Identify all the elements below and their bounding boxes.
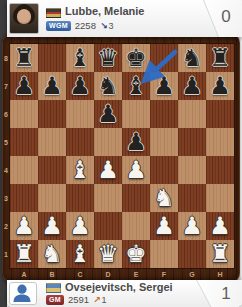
square-e5[interactable]: ♟ xyxy=(122,128,150,156)
file-label: B xyxy=(38,269,66,280)
white-pawn[interactable]: ♟ xyxy=(41,212,63,240)
black-rook[interactable]: ♜ xyxy=(209,44,231,72)
chess-board-panel: 87654321 ♜♝♛♚♞♜♟♟♟♞♝♟♟♟♟♟♝♟♟♞♟♟♟♟♟♟♜♞♝♛♚… xyxy=(2,33,240,283)
square-b8[interactable] xyxy=(38,44,66,72)
square-d4[interactable]: ♟ xyxy=(94,156,122,184)
square-d2[interactable] xyxy=(94,212,122,240)
square-g8[interactable]: ♞ xyxy=(178,44,206,72)
black-pawn[interactable]: ♟ xyxy=(209,72,231,100)
square-h4[interactable] xyxy=(206,156,234,184)
square-f6[interactable] xyxy=(150,100,178,128)
square-a3[interactable] xyxy=(10,184,38,212)
file-label: E xyxy=(122,269,150,280)
square-e2[interactable] xyxy=(122,212,150,240)
bottom-player-title-badge: GM xyxy=(46,295,64,305)
square-d1[interactable]: ♛ xyxy=(94,240,122,268)
black-bishop[interactable]: ♝ xyxy=(69,44,91,72)
square-a8[interactable]: ♜ xyxy=(10,44,38,72)
square-a2[interactable]: ♟ xyxy=(10,212,38,240)
square-g3[interactable] xyxy=(178,184,206,212)
top-player-rating-trend: ↘ 3 xyxy=(100,21,114,31)
square-e7[interactable]: ♝ xyxy=(122,72,150,100)
rank-labels: 87654321 xyxy=(2,44,10,268)
white-pawn[interactable]: ♟ xyxy=(181,212,203,240)
white-rook[interactable]: ♜ xyxy=(13,240,35,268)
chess-board[interactable]: ♜♝♛♚♞♜♟♟♟♞♝♟♟♟♟♟♝♟♟♞♟♟♟♟♟♟♜♞♝♛♚♜ xyxy=(10,44,234,268)
square-a6[interactable] xyxy=(10,100,38,128)
square-e1[interactable]: ♚ xyxy=(122,240,150,268)
bottom-player-avatar xyxy=(9,282,37,305)
square-b6[interactable] xyxy=(38,100,66,128)
rank-label: 6 xyxy=(2,100,10,128)
white-queen[interactable]: ♛ xyxy=(97,240,119,268)
square-b2[interactable]: ♟ xyxy=(38,212,66,240)
bottom-player-rating: 2591 xyxy=(68,294,89,305)
black-queen[interactable]: ♛ xyxy=(97,44,119,72)
square-e6[interactable] xyxy=(122,100,150,128)
bottom-player-rating-trend: ↗ 1 xyxy=(93,295,107,305)
square-b7[interactable]: ♟ xyxy=(38,72,66,100)
bottom-player-bar: Ovsejevitsch, Sergei GM 2591 ↗ 1 1 xyxy=(7,280,242,307)
file-label: F xyxy=(150,269,178,280)
white-knight[interactable]: ♞ xyxy=(41,240,63,268)
germany-flag-icon xyxy=(46,8,61,18)
black-knight[interactable]: ♞ xyxy=(97,72,119,100)
white-knight[interactable]: ♞ xyxy=(153,184,175,212)
rank-label: 2 xyxy=(2,212,10,240)
top-player-photo-face xyxy=(17,9,31,24)
square-d8[interactable]: ♛ xyxy=(94,44,122,72)
file-label: C xyxy=(66,269,94,280)
square-f4[interactable] xyxy=(150,156,178,184)
square-e4[interactable]: ♟ xyxy=(122,156,150,184)
chess-broadcast-widget: 87654321 ♜♝♛♚♞♜♟♟♟♞♝♟♟♟♟♟♝♟♟♞♟♟♟♟♟♟♜♞♝♛♚… xyxy=(0,0,242,307)
file-label: H xyxy=(206,269,234,280)
square-a4[interactable] xyxy=(10,156,38,184)
square-g5[interactable] xyxy=(178,128,206,156)
square-b5[interactable] xyxy=(38,128,66,156)
square-h1[interactable]: ♜ xyxy=(206,240,234,268)
white-pawn[interactable]: ♟ xyxy=(97,156,119,184)
square-h6[interactable] xyxy=(206,100,234,128)
white-pawn[interactable]: ♟ xyxy=(125,156,147,184)
black-pawn[interactable]: ♟ xyxy=(69,72,91,100)
black-pawn[interactable]: ♟ xyxy=(41,72,63,100)
file-label: D xyxy=(94,269,122,280)
square-b3[interactable] xyxy=(38,184,66,212)
white-rook[interactable]: ♜ xyxy=(209,240,231,268)
square-e8[interactable]: ♚ xyxy=(122,44,150,72)
white-pawn[interactable]: ♟ xyxy=(209,212,231,240)
black-pawn[interactable]: ♟ xyxy=(97,100,119,128)
square-c2[interactable]: ♟ xyxy=(66,212,94,240)
white-bishop[interactable]: ♝ xyxy=(69,240,91,268)
player-silhouette-icon xyxy=(10,283,34,302)
square-c7[interactable]: ♟ xyxy=(66,72,94,100)
ukraine-flag-icon xyxy=(46,283,61,293)
square-a5[interactable] xyxy=(10,128,38,156)
white-pawn[interactable]: ♟ xyxy=(69,212,91,240)
black-king[interactable]: ♚ xyxy=(125,44,147,72)
top-player-photo xyxy=(9,3,39,34)
square-c4[interactable]: ♝ xyxy=(66,156,94,184)
black-pawn[interactable]: ♟ xyxy=(181,72,203,100)
file-labels: ABCDEFGH xyxy=(10,269,234,280)
square-d6[interactable]: ♟ xyxy=(94,100,122,128)
rank-label: 3 xyxy=(2,184,10,212)
square-c8[interactable]: ♝ xyxy=(66,44,94,72)
file-label: G xyxy=(178,269,206,280)
square-f8[interactable] xyxy=(150,44,178,72)
top-player-name: Lubbe, Melanie xyxy=(65,5,144,17)
top-player-score: 0 xyxy=(213,7,239,27)
top-player-title-badge: WGM xyxy=(46,21,71,31)
square-h7[interactable]: ♟ xyxy=(206,72,234,100)
square-f5[interactable] xyxy=(150,128,178,156)
square-h5[interactable] xyxy=(206,128,234,156)
file-label: A xyxy=(10,269,38,280)
rank-label: 5 xyxy=(2,128,10,156)
rank-label: 4 xyxy=(2,156,10,184)
rank-label: 1 xyxy=(2,240,10,268)
square-g2[interactable]: ♟ xyxy=(178,212,206,240)
black-knight[interactable]: ♞ xyxy=(181,44,203,72)
square-c6[interactable] xyxy=(66,100,94,128)
square-g6[interactable] xyxy=(178,100,206,128)
rank-label: 7 xyxy=(2,72,10,100)
square-h8[interactable]: ♜ xyxy=(206,44,234,72)
square-c1[interactable]: ♝ xyxy=(66,240,94,268)
square-e3[interactable] xyxy=(122,184,150,212)
square-f7[interactable]: ♟ xyxy=(150,72,178,100)
square-d5[interactable] xyxy=(94,128,122,156)
top-player-bar: Lubbe, Melanie WGM 2258 ↘ 3 0 xyxy=(7,0,242,37)
black-pawn[interactable]: ♟ xyxy=(13,72,35,100)
square-f3[interactable]: ♞ xyxy=(150,184,178,212)
trend-down-icon: ↘ xyxy=(100,21,108,31)
square-g7[interactable]: ♟ xyxy=(178,72,206,100)
square-g4[interactable] xyxy=(178,156,206,184)
white-bishop[interactable]: ♝ xyxy=(69,156,91,184)
trend-up-icon: ↗ xyxy=(93,295,101,305)
rank-label: 8 xyxy=(2,44,10,72)
white-king[interactable]: ♚ xyxy=(125,240,147,268)
black-rook[interactable]: ♜ xyxy=(13,44,35,72)
square-c3[interactable] xyxy=(66,184,94,212)
black-pawn[interactable]: ♟ xyxy=(153,72,175,100)
white-pawn[interactable]: ♟ xyxy=(13,212,35,240)
square-d7[interactable]: ♞ xyxy=(94,72,122,100)
square-a1[interactable]: ♜ xyxy=(10,240,38,268)
black-pawn[interactable]: ♟ xyxy=(125,128,147,156)
square-a7[interactable]: ♟ xyxy=(10,72,38,100)
white-pawn[interactable]: ♟ xyxy=(153,212,175,240)
square-f1[interactable] xyxy=(150,240,178,268)
bottom-player-score: 1 xyxy=(213,284,239,304)
square-b1[interactable]: ♞ xyxy=(38,240,66,268)
top-player-rating-change: 3 xyxy=(108,21,113,31)
square-g1[interactable] xyxy=(178,240,206,268)
square-d3[interactable] xyxy=(94,184,122,212)
top-player-rating: 2258 xyxy=(75,20,96,31)
square-h3[interactable] xyxy=(206,184,234,212)
square-b4[interactable] xyxy=(38,156,66,184)
black-bishop[interactable]: ♝ xyxy=(125,72,147,100)
bottom-player-rating-change: 1 xyxy=(102,295,107,305)
bottom-player-name: Ovsejevitsch, Sergei xyxy=(65,281,173,293)
square-c5[interactable] xyxy=(66,128,94,156)
square-h2[interactable]: ♟ xyxy=(206,212,234,240)
square-f2[interactable]: ♟ xyxy=(150,212,178,240)
